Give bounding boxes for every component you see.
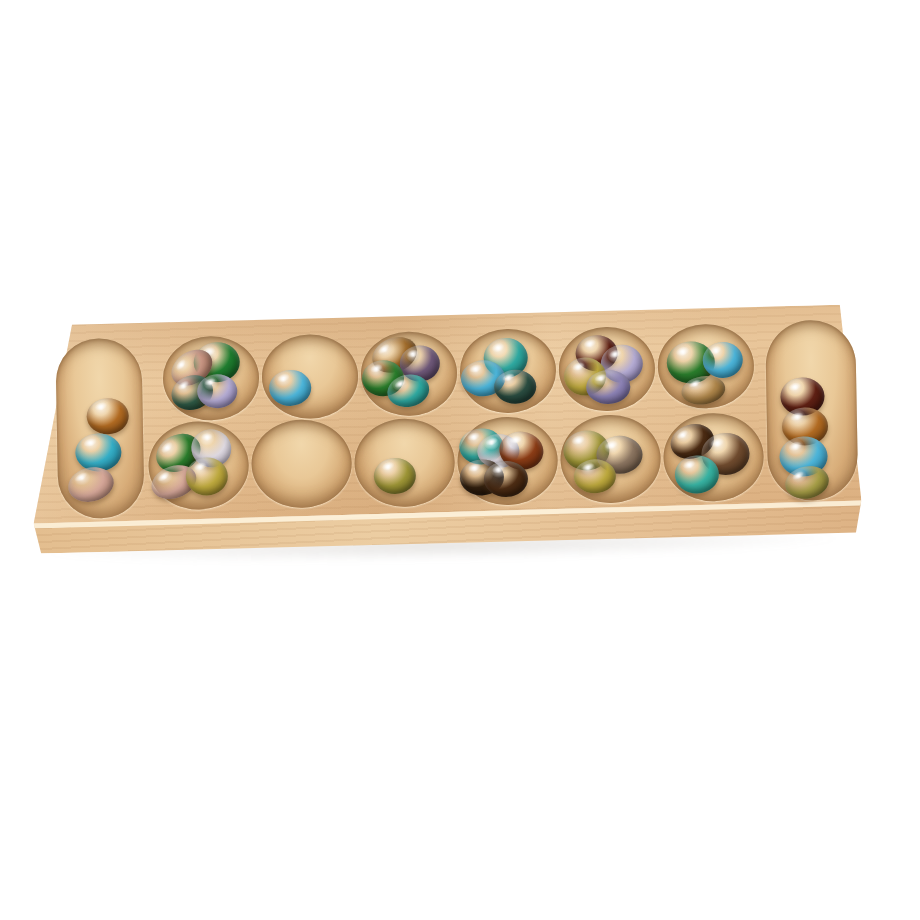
stone-citrine	[185, 457, 228, 496]
stone-lavender	[197, 374, 238, 409]
mancala-product-photo	[0, 0, 920, 920]
pit-bottom-2[interactable]	[251, 419, 353, 509]
stone-aqua	[702, 342, 743, 379]
pit-bottom-6[interactable]	[663, 412, 765, 502]
store-right	[765, 320, 858, 502]
pit-bottom-3[interactable]	[354, 418, 456, 508]
pit-layer	[22, 302, 874, 555]
pit-top-4[interactable]	[459, 328, 557, 414]
pit-top-1[interactable]	[162, 335, 260, 421]
stone-turquoise	[675, 455, 720, 494]
pit-top-2[interactable]	[261, 334, 359, 420]
stone-aqua	[269, 370, 312, 407]
pit-bottom-1[interactable]	[148, 421, 250, 511]
stone-deep-teal	[494, 369, 537, 404]
pit-top-3[interactable]	[360, 331, 458, 417]
stone-amber	[86, 398, 129, 435]
stone-citrine	[574, 459, 617, 494]
stone-rose-quartz	[65, 463, 117, 507]
stone-teal-blue	[75, 433, 122, 472]
pit-top-6[interactable]	[657, 323, 755, 409]
stone-chocolate	[484, 461, 529, 498]
pit-bottom-4[interactable]	[457, 416, 559, 506]
pit-bottom-5[interactable]	[560, 414, 662, 504]
mancala-board	[22, 302, 874, 555]
stone-olive	[374, 458, 417, 495]
pit-top-5[interactable]	[558, 326, 656, 412]
stone-violet	[586, 370, 631, 405]
store-left	[55, 338, 144, 520]
